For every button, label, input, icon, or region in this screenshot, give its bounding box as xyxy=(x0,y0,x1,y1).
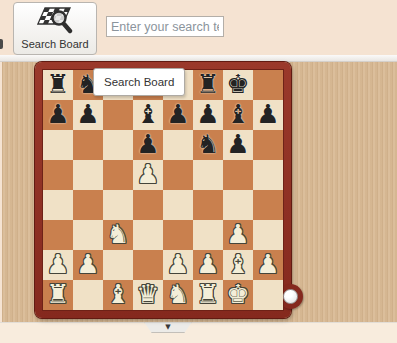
square-a3[interactable] xyxy=(43,220,73,250)
black-pawn[interactable]: ♟ xyxy=(163,100,193,130)
black-pawn[interactable]: ♟ xyxy=(253,100,283,130)
square-h6[interactable] xyxy=(253,130,283,160)
square-d5[interactable]: ♟ xyxy=(133,160,163,190)
square-h5[interactable] xyxy=(253,160,283,190)
tooltip-text: Search Board xyxy=(104,76,174,88)
square-h7[interactable]: ♟ xyxy=(253,100,283,130)
search-input[interactable] xyxy=(106,16,224,37)
black-pawn[interactable]: ♟ xyxy=(223,130,253,160)
square-g5[interactable] xyxy=(223,160,253,190)
square-f1[interactable]: ♜ xyxy=(193,280,223,310)
square-e3[interactable] xyxy=(163,220,193,250)
white-bishop[interactable]: ♝ xyxy=(223,250,253,280)
square-a2[interactable]: ♟ xyxy=(43,250,73,280)
square-h2[interactable]: ♟ xyxy=(253,250,283,280)
square-a6[interactable] xyxy=(43,130,73,160)
square-f8[interactable]: ♜ xyxy=(193,70,223,100)
white-bishop[interactable]: ♝ xyxy=(103,280,133,310)
arrow-down-icon: ▼ xyxy=(165,324,170,331)
chess-board-frame: ♜♞♛♜♚♟♟♝♟♟♝♟♟♞♟♟♞♟♟♟♟♟♝♟♜♝♛♞♜♚ xyxy=(35,62,291,318)
square-f3[interactable] xyxy=(193,220,223,250)
square-b3[interactable] xyxy=(73,220,103,250)
square-g2[interactable]: ♝ xyxy=(223,250,253,280)
square-f5[interactable] xyxy=(193,160,223,190)
square-e1[interactable]: ♞ xyxy=(163,280,193,310)
white-king[interactable]: ♚ xyxy=(223,280,253,310)
square-d4[interactable] xyxy=(133,190,163,220)
square-c1[interactable]: ♝ xyxy=(103,280,133,310)
square-d1[interactable]: ♛ xyxy=(133,280,163,310)
square-g3[interactable]: ♟ xyxy=(223,220,253,250)
square-b2[interactable]: ♟ xyxy=(73,250,103,280)
white-knight[interactable]: ♞ xyxy=(163,280,193,310)
top-toolbar: Search Board xyxy=(0,0,397,55)
white-knight[interactable]: ♞ xyxy=(103,220,133,250)
square-c7[interactable] xyxy=(103,100,133,130)
board-magnifier-icon xyxy=(32,5,78,36)
white-pawn[interactable]: ♟ xyxy=(43,250,73,280)
white-pawn[interactable]: ♟ xyxy=(253,250,283,280)
square-c4[interactable] xyxy=(103,190,133,220)
black-rook[interactable]: ♜ xyxy=(43,70,73,100)
square-f4[interactable] xyxy=(193,190,223,220)
black-king[interactable]: ♚ xyxy=(223,70,253,100)
square-a4[interactable] xyxy=(43,190,73,220)
black-pawn[interactable]: ♟ xyxy=(73,100,103,130)
resize-knob[interactable] xyxy=(283,289,298,304)
bottom-strip: ▼ xyxy=(0,322,397,343)
square-e2[interactable]: ♟ xyxy=(163,250,193,280)
white-pawn[interactable]: ♟ xyxy=(163,250,193,280)
square-f2[interactable]: ♟ xyxy=(193,250,223,280)
white-queen[interactable]: ♛ xyxy=(133,280,163,310)
square-c2[interactable] xyxy=(103,250,133,280)
white-pawn[interactable]: ♟ xyxy=(73,250,103,280)
square-g1[interactable]: ♚ xyxy=(223,280,253,310)
square-g8[interactable]: ♚ xyxy=(223,70,253,100)
square-a7[interactable]: ♟ xyxy=(43,100,73,130)
square-e5[interactable] xyxy=(163,160,193,190)
white-pawn[interactable]: ♟ xyxy=(223,220,253,250)
white-pawn[interactable]: ♟ xyxy=(193,250,223,280)
square-h8[interactable] xyxy=(253,70,283,100)
black-bishop[interactable]: ♝ xyxy=(223,100,253,130)
black-pawn[interactable]: ♟ xyxy=(133,130,163,160)
black-pawn[interactable]: ♟ xyxy=(193,100,223,130)
black-knight[interactable]: ♞ xyxy=(193,130,223,160)
search-board-tooltip: Search Board xyxy=(93,68,185,96)
search-board-button[interactable]: Search Board xyxy=(13,2,97,55)
square-b5[interactable] xyxy=(73,160,103,190)
black-rook[interactable]: ♜ xyxy=(193,70,223,100)
square-c6[interactable] xyxy=(103,130,133,160)
chess-board: ♜♞♛♜♚♟♟♝♟♟♝♟♟♞♟♟♞♟♟♟♟♟♝♟♜♝♛♞♜♚ xyxy=(42,69,284,311)
square-e6[interactable] xyxy=(163,130,193,160)
square-d6[interactable]: ♟ xyxy=(133,130,163,160)
square-f6[interactable]: ♞ xyxy=(193,130,223,160)
collapse-panel-tab[interactable]: ▼ xyxy=(144,322,192,333)
square-a1[interactable]: ♜ xyxy=(43,280,73,310)
square-d7[interactable]: ♝ xyxy=(133,100,163,130)
square-c3[interactable]: ♞ xyxy=(103,220,133,250)
square-h1[interactable] xyxy=(253,280,283,310)
square-g7[interactable]: ♝ xyxy=(223,100,253,130)
toolbar-divider xyxy=(0,55,397,62)
white-pawn[interactable]: ♟ xyxy=(133,160,163,190)
square-d3[interactable] xyxy=(133,220,163,250)
white-rook[interactable]: ♜ xyxy=(43,280,73,310)
wood-background-panel: ♜♞♛♜♚♟♟♝♟♟♝♟♟♞♟♟♞♟♟♟♟♟♝♟♜♝♛♞♜♚ Search Bo… xyxy=(2,62,397,322)
square-g6[interactable]: ♟ xyxy=(223,130,253,160)
square-f7[interactable]: ♟ xyxy=(193,100,223,130)
square-a8[interactable]: ♜ xyxy=(43,70,73,100)
square-e7[interactable]: ♟ xyxy=(163,100,193,130)
square-h3[interactable] xyxy=(253,220,283,250)
white-rook[interactable]: ♜ xyxy=(193,280,223,310)
square-b4[interactable] xyxy=(73,190,103,220)
square-b7[interactable]: ♟ xyxy=(73,100,103,130)
black-bishop[interactable]: ♝ xyxy=(133,100,163,130)
clipped-toolbar-fragment xyxy=(0,39,3,49)
square-a5[interactable] xyxy=(43,160,73,190)
square-b1[interactable] xyxy=(73,280,103,310)
square-d2[interactable] xyxy=(133,250,163,280)
square-g4[interactable] xyxy=(223,190,253,220)
square-c5[interactable] xyxy=(103,160,133,190)
search-board-button-label: Search Board xyxy=(21,38,88,50)
square-e4[interactable] xyxy=(163,190,193,220)
square-h4[interactable] xyxy=(253,190,283,220)
black-pawn[interactable]: ♟ xyxy=(43,100,73,130)
square-b6[interactable] xyxy=(73,130,103,160)
